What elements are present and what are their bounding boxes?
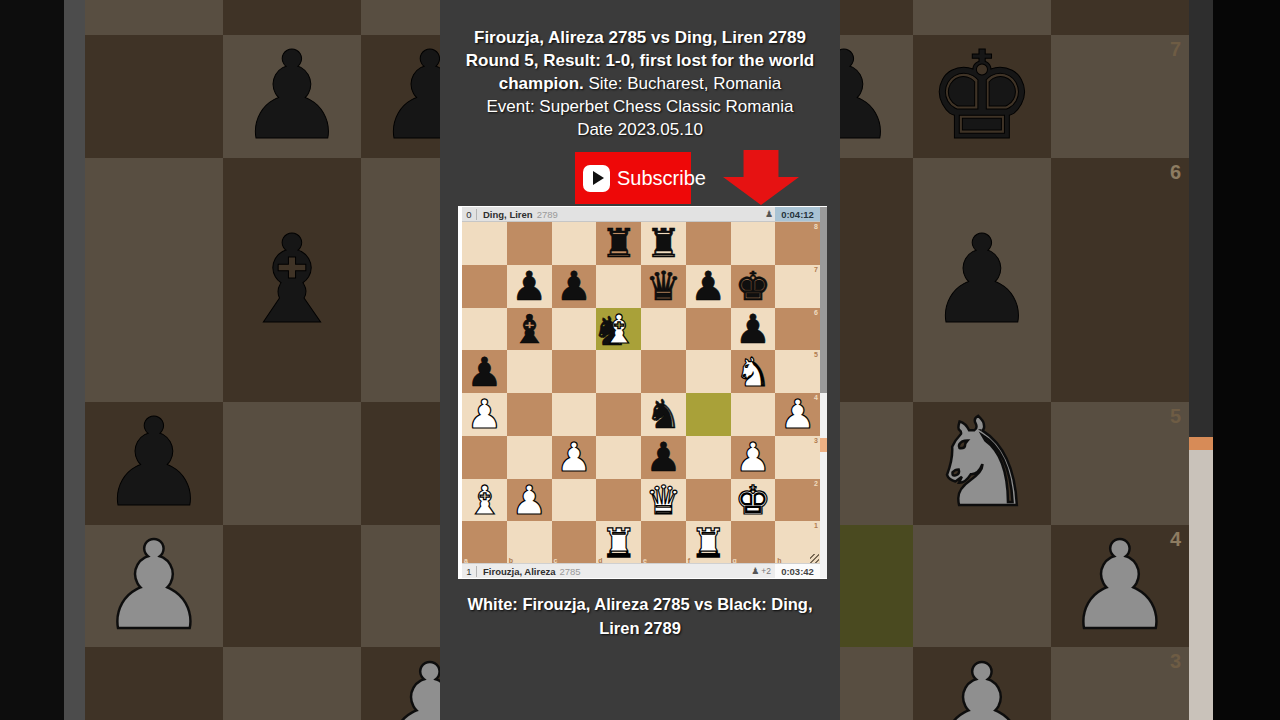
square-g5: ♞	[913, 402, 1051, 525]
square-a6[interactable]	[462, 308, 507, 351]
title-line-5: Date 2023.05.10	[440, 118, 840, 141]
rank-label-7: 7	[814, 266, 818, 273]
piece-black-pawn: ♟	[735, 309, 771, 349]
rank-label-5: 5	[814, 351, 818, 358]
piece-white-knight: ♞	[735, 352, 771, 392]
square-f5[interactable]	[686, 350, 731, 393]
square-h4[interactable]: ♟4	[775, 393, 820, 436]
piece-black-rook: ♜	[601, 223, 637, 263]
square-h4: ♟4	[1051, 525, 1189, 648]
square-b7: ♟	[223, 35, 361, 158]
video-caption: White: Firouzja, Alireza 2785 vs Black: …	[440, 592, 840, 640]
square-g6: ♟	[913, 158, 1051, 402]
square-g1[interactable]: g	[731, 521, 776, 564]
piece-white-rook: ♜	[690, 523, 726, 563]
black-player-rating: 2789	[537, 209, 558, 220]
square-g6[interactable]: ♟	[731, 308, 776, 351]
app-scrollbar[interactable]	[820, 207, 827, 578]
square-h7: 7	[1051, 35, 1189, 158]
piece-white-queen: ♛	[645, 480, 681, 520]
white-score: 1	[462, 566, 476, 577]
square-a8[interactable]	[462, 222, 507, 265]
square-h8: 8	[1051, 0, 1189, 35]
subscribe-button[interactable]: Subscribe	[575, 152, 691, 204]
board-resize-handle[interactable]	[810, 554, 819, 563]
piece-white-knight: ♞	[927, 402, 1036, 524]
square-c8[interactable]	[552, 222, 597, 265]
square-b6[interactable]: ♝	[507, 308, 552, 351]
subscribe-label: Subscribe	[617, 167, 706, 190]
piece-black-king: ♚	[927, 35, 1036, 157]
piece-white-king: ♚	[735, 480, 771, 520]
white-player-rating: 2785	[560, 566, 581, 577]
title-line-4: Event: Superbet Chess Classic Romania	[440, 95, 840, 118]
square-e1[interactable]: e	[641, 521, 686, 564]
piece-black-pawn: ♟	[237, 35, 346, 157]
square-d6[interactable]: ♞♝	[596, 308, 641, 351]
square-g3[interactable]: ♟	[731, 436, 776, 479]
piece-black-bishop: ♝	[237, 219, 346, 341]
square-a7	[85, 35, 223, 158]
piece-black-king: ♚	[735, 266, 771, 306]
square-b4[interactable]	[507, 393, 552, 436]
square-c4[interactable]	[552, 393, 597, 436]
rank-label-3: 3	[814, 437, 818, 444]
square-b1[interactable]: b	[507, 521, 552, 564]
square-e8[interactable]: ♜	[641, 222, 686, 265]
caption-line-2: Liren 2789	[440, 616, 840, 640]
video-panel: Firouzja, Alireza 2785 vs Ding, Liren 27…	[440, 0, 840, 720]
square-c1[interactable]: c	[552, 521, 597, 564]
square-a1[interactable]: a	[462, 521, 507, 564]
square-b4	[223, 525, 361, 648]
square-c2[interactable]	[552, 479, 597, 522]
square-b7[interactable]: ♟	[507, 265, 552, 308]
rank-label-5: 5	[1170, 405, 1181, 428]
square-d5[interactable]	[596, 350, 641, 393]
black-player-bar: 0 Ding, Liren 2789 ♟ 0:04:12	[462, 207, 820, 222]
square-e2[interactable]: ♛	[641, 479, 686, 522]
piece-white-pawn: ♟	[780, 394, 816, 434]
rank-label-1: 1	[814, 522, 818, 529]
square-b5[interactable]	[507, 350, 552, 393]
square-d7[interactable]	[596, 265, 641, 308]
caption-line-1: White: Firouzja, Alireza 2785 vs Black: …	[440, 592, 840, 616]
background-right-margin	[1213, 0, 1280, 720]
square-c7[interactable]: ♟	[552, 265, 597, 308]
rank-label-7: 7	[1170, 38, 1181, 61]
square-a5: ♟	[85, 402, 223, 525]
play-icon	[583, 165, 610, 192]
square-b2[interactable]: ♟	[507, 479, 552, 522]
piece-black-pawn: ♟	[466, 352, 502, 392]
square-a2[interactable]: ♝	[462, 479, 507, 522]
square-g7: ♚	[913, 35, 1051, 158]
square-c3[interactable]: ♟	[552, 436, 597, 479]
piece-black-pawn: ♟	[690, 266, 726, 306]
square-h2[interactable]: 2	[775, 479, 820, 522]
piece-white-bishop: ♝	[466, 480, 502, 520]
square-e5[interactable]	[641, 350, 686, 393]
piece-black-rook: ♜	[645, 223, 681, 263]
piece-white-pawn: ♟	[1065, 525, 1174, 647]
square-b3	[223, 647, 361, 720]
material-advantage: +2	[761, 566, 771, 576]
chess-app-window: 0 Ding, Liren 2789 ♟ 0:04:12 ♜♜8♟♟♛♟♚7♝♞…	[458, 206, 827, 579]
white-player-bar: 1 Firouzja, Alireza 2785 ♟ +2 0:03:42	[462, 563, 820, 578]
title-line-1: Firouzja, Alireza 2785 vs Ding, Liren 27…	[440, 26, 840, 49]
square-g7[interactable]: ♚	[731, 265, 776, 308]
piece-black-pawn: ♟	[556, 266, 592, 306]
rank-label-4: 4	[1170, 528, 1181, 551]
piece-white-pawn: ♟	[511, 480, 547, 520]
rank-label-3: 3	[1170, 650, 1181, 673]
square-h5[interactable]: 5	[775, 350, 820, 393]
square-f3[interactable]	[686, 436, 731, 479]
rank-label-2: 2	[814, 480, 818, 487]
title-line-3: champion. Site: Bucharest, Romania	[440, 72, 840, 95]
pawn-icon: ♟	[751, 566, 759, 576]
square-a5[interactable]: ♟	[462, 350, 507, 393]
square-b5	[223, 402, 361, 525]
piece-white-rook: ♜	[601, 523, 637, 563]
square-a7[interactable]	[462, 265, 507, 308]
square-d4[interactable]	[596, 393, 641, 436]
square-b3[interactable]	[507, 436, 552, 479]
square-a6	[85, 158, 223, 402]
square-d2[interactable]	[596, 479, 641, 522]
square-h1[interactable]: 1h	[775, 521, 820, 564]
white-player-name: Firouzja, Alireza	[483, 566, 556, 577]
white-clock: 0:03:42	[775, 564, 820, 579]
square-f8[interactable]	[686, 222, 731, 265]
black-player-name: Ding, Liren	[483, 209, 533, 220]
square-g2[interactable]: ♚	[731, 479, 776, 522]
square-e4[interactable]: ♞	[641, 393, 686, 436]
video-title: Firouzja, Alireza 2785 vs Ding, Liren 27…	[440, 26, 840, 141]
square-h3: 3	[1051, 647, 1189, 720]
black-clock: 0:04:12	[775, 207, 820, 222]
down-arrow-icon	[723, 150, 799, 205]
square-h6: 6	[1051, 158, 1189, 402]
square-g4	[913, 525, 1051, 648]
square-h5: 5	[1051, 402, 1189, 525]
square-b8[interactable]	[507, 222, 552, 265]
square-d8[interactable]: ♜	[596, 222, 641, 265]
square-h8[interactable]: 8	[775, 222, 820, 265]
piece-black-pawn: ♟	[645, 437, 681, 477]
piece-white-bishop: ♝	[601, 309, 637, 349]
square-a3[interactable]	[462, 436, 507, 479]
pawn-icon: ♟	[765, 209, 773, 219]
square-b6: ♝	[223, 158, 361, 402]
background-scrollbar	[1189, 0, 1213, 720]
piece-white-pawn: ♟	[735, 437, 771, 477]
square-a3	[85, 647, 223, 720]
square-g3: ♟	[913, 647, 1051, 720]
rank-label-6: 6	[814, 309, 818, 316]
square-h6[interactable]: 6	[775, 308, 820, 351]
square-f4[interactable]	[686, 393, 731, 436]
square-d1[interactable]: ♜d	[596, 521, 641, 564]
square-e3[interactable]: ♟	[641, 436, 686, 479]
square-f6[interactable]	[686, 308, 731, 351]
square-f7[interactable]: ♟	[686, 265, 731, 308]
piece-white-pawn: ♟	[99, 525, 208, 647]
square-c6[interactable]	[552, 308, 597, 351]
piece-black-bishop: ♝	[511, 309, 547, 349]
piece-black-pawn: ♟	[99, 402, 208, 524]
square-f2[interactable]	[686, 479, 731, 522]
square-a4: ♟	[85, 525, 223, 648]
square-e7[interactable]: ♛	[641, 265, 686, 308]
square-h3[interactable]: 3	[775, 436, 820, 479]
square-c5[interactable]	[552, 350, 597, 393]
square-e6[interactable]	[641, 308, 686, 351]
square-g8[interactable]	[731, 222, 776, 265]
square-g5[interactable]: ♞	[731, 350, 776, 393]
piece-white-pawn: ♟	[466, 394, 502, 434]
square-d3[interactable]	[596, 436, 641, 479]
rank-label-8: 8	[814, 223, 818, 230]
piece-black-pawn: ♟	[927, 219, 1036, 341]
piece-white-pawn: ♟	[927, 648, 1036, 720]
title-line-3-rest: Site: Bucharest, Romania	[584, 74, 781, 93]
square-f1[interactable]: ♜f	[686, 521, 731, 564]
piece-black-pawn: ♟	[511, 266, 547, 306]
square-g4[interactable]	[731, 393, 776, 436]
piece-black-knight: ♞	[645, 394, 681, 434]
title-line-3-bold: champion.	[499, 74, 584, 93]
square-a8	[85, 0, 223, 35]
title-line-2: Round 5, Result: 1-0, first lost for the…	[440, 49, 840, 72]
square-h7[interactable]: 7	[775, 265, 820, 308]
background-left-margin	[0, 0, 64, 720]
video-frame: ♜♜8♟♟♛♟♚7♝♞♝♟6♟♞5♟♞♟4♟♟♟3♝♟♛♚2abc♜de♜fg1…	[0, 0, 1280, 720]
chess-board: ♜♜8♟♟♛♟♚7♝♞♝♟6♟♞5♟♞♟4♟♟♟3♝♟♛♚2abc♜de♜fg1…	[462, 222, 820, 564]
black-score: 0	[462, 209, 476, 220]
rank-label-6: 6	[1170, 161, 1181, 184]
piece-black-queen: ♛	[645, 266, 681, 306]
square-a4[interactable]: ♟	[462, 393, 507, 436]
piece-white-pawn: ♟	[556, 437, 592, 477]
background-gray-bar	[64, 0, 85, 720]
